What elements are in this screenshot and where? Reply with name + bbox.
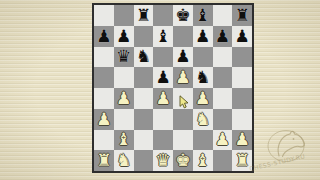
square-a4[interactable] xyxy=(94,88,114,109)
square-b3[interactable] xyxy=(114,109,134,130)
black-rook-piece: ♜ xyxy=(136,7,151,24)
square-e7[interactable] xyxy=(173,26,193,47)
white-pawn-piece: ♟ xyxy=(96,111,111,128)
square-g3[interactable] xyxy=(213,109,233,130)
square-a1[interactable]: ♜ xyxy=(94,150,114,171)
chess-board: ♜♚♝♜♟♟♝♟♟♟♛♞♟♟♟♞♟♟♟♟♞♝♟♟♜♞♛♚♝♜ xyxy=(92,3,254,173)
black-rook-piece: ♜ xyxy=(235,7,250,24)
white-pawn-piece: ♟ xyxy=(156,90,171,107)
square-f6[interactable] xyxy=(193,47,213,68)
square-b6[interactable]: ♛ xyxy=(114,47,134,68)
square-b4[interactable]: ♟ xyxy=(114,88,134,109)
black-pawn-piece: ♟ xyxy=(175,48,190,65)
square-h4[interactable] xyxy=(232,88,252,109)
square-d8[interactable] xyxy=(153,5,173,26)
square-f7[interactable]: ♟ xyxy=(193,26,213,47)
square-c2[interactable] xyxy=(134,130,154,151)
black-pawn-piece: ♟ xyxy=(195,28,210,45)
white-pawn-piece: ♟ xyxy=(116,90,131,107)
black-knight-piece: ♞ xyxy=(136,48,151,65)
square-a7[interactable]: ♟ xyxy=(94,26,114,47)
square-f2[interactable] xyxy=(193,130,213,151)
square-a3[interactable]: ♟ xyxy=(94,109,114,130)
white-knight-piece: ♞ xyxy=(116,152,131,169)
square-f3[interactable]: ♞ xyxy=(193,109,213,130)
black-bishop-piece: ♝ xyxy=(195,7,210,24)
white-pawn-piece: ♟ xyxy=(195,90,210,107)
black-pawn-piece: ♟ xyxy=(156,69,171,86)
watermark: CHESS-STUDY.RU xyxy=(249,126,320,178)
black-pawn-piece: ♟ xyxy=(235,28,250,45)
square-c8[interactable]: ♜ xyxy=(134,5,154,26)
square-e4[interactable] xyxy=(173,88,193,109)
white-bishop-piece: ♝ xyxy=(195,152,210,169)
square-b8[interactable] xyxy=(114,5,134,26)
watermark-text: CHESS-STUDY.RU xyxy=(249,152,306,172)
square-b2[interactable]: ♝ xyxy=(114,130,134,151)
black-bishop-piece: ♝ xyxy=(156,28,171,45)
white-rook-piece: ♜ xyxy=(96,152,111,169)
square-b1[interactable]: ♞ xyxy=(114,150,134,171)
square-e1[interactable]: ♚ xyxy=(173,150,193,171)
square-c3[interactable] xyxy=(134,109,154,130)
square-h7[interactable]: ♟ xyxy=(232,26,252,47)
square-c5[interactable] xyxy=(134,67,154,88)
white-rook-piece: ♜ xyxy=(235,152,250,169)
black-pawn-piece: ♟ xyxy=(116,28,131,45)
square-a6[interactable] xyxy=(94,47,114,68)
video-frame-background: ♜♚♝♜♟♟♝♟♟♟♛♞♟♟♟♞♟♟♟♟♞♝♟♟♜♞♛♚♝♜ CHESS-STU… xyxy=(0,0,320,180)
square-g6[interactable] xyxy=(213,47,233,68)
square-c4[interactable] xyxy=(134,88,154,109)
square-c1[interactable] xyxy=(134,150,154,171)
square-a8[interactable] xyxy=(94,5,114,26)
square-b5[interactable] xyxy=(114,67,134,88)
white-king-piece: ♚ xyxy=(175,152,190,169)
black-pawn-piece: ♟ xyxy=(215,28,230,45)
square-c6[interactable]: ♞ xyxy=(134,47,154,68)
square-g7[interactable]: ♟ xyxy=(213,26,233,47)
square-b7[interactable]: ♟ xyxy=(114,26,134,47)
mouse-cursor-icon xyxy=(179,94,189,108)
knight-logo-icon: CHESS-STUDY.RU xyxy=(249,126,320,178)
square-d5[interactable]: ♟ xyxy=(153,67,173,88)
square-f4[interactable]: ♟ xyxy=(193,88,213,109)
white-pawn-piece: ♟ xyxy=(215,131,230,148)
square-a2[interactable] xyxy=(94,130,114,151)
white-pawn-piece: ♟ xyxy=(235,131,250,148)
square-d6[interactable] xyxy=(153,47,173,68)
square-h6[interactable] xyxy=(232,47,252,68)
square-e5[interactable]: ♟ xyxy=(173,67,193,88)
white-queen-piece: ♛ xyxy=(156,152,171,169)
square-g5[interactable] xyxy=(213,67,233,88)
square-d2[interactable] xyxy=(153,130,173,151)
square-e3[interactable] xyxy=(173,109,193,130)
black-queen-piece: ♛ xyxy=(116,48,131,65)
square-h8[interactable]: ♜ xyxy=(232,5,252,26)
square-f1[interactable]: ♝ xyxy=(193,150,213,171)
square-d1[interactable]: ♛ xyxy=(153,150,173,171)
square-g2[interactable]: ♟ xyxy=(213,130,233,151)
square-e2[interactable] xyxy=(173,130,193,151)
square-d7[interactable]: ♝ xyxy=(153,26,173,47)
black-pawn-piece: ♟ xyxy=(96,28,111,45)
square-e8[interactable]: ♚ xyxy=(173,5,193,26)
white-bishop-piece: ♝ xyxy=(116,131,131,148)
square-g4[interactable] xyxy=(213,88,233,109)
black-knight-piece: ♞ xyxy=(195,69,210,86)
square-c7[interactable] xyxy=(134,26,154,47)
square-g1[interactable] xyxy=(213,150,233,171)
square-f8[interactable]: ♝ xyxy=(193,5,213,26)
square-h5[interactable] xyxy=(232,67,252,88)
black-king-piece: ♚ xyxy=(175,7,190,24)
square-f5[interactable]: ♞ xyxy=(193,67,213,88)
square-d4[interactable]: ♟ xyxy=(153,88,173,109)
square-a5[interactable] xyxy=(94,67,114,88)
square-e6[interactable]: ♟ xyxy=(173,47,193,68)
white-knight-piece: ♞ xyxy=(195,111,210,128)
square-g8[interactable] xyxy=(213,5,233,26)
square-d3[interactable] xyxy=(153,109,173,130)
white-pawn-piece: ♟ xyxy=(175,69,190,86)
